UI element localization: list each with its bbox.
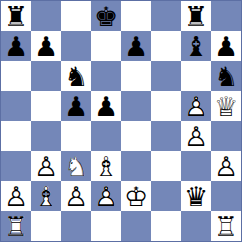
square-g6[interactable] <box>181 61 211 91</box>
square-h5[interactable]: ♛♕ <box>211 91 241 121</box>
square-f4[interactable] <box>151 121 181 151</box>
black-knight-icon: ♞ <box>61 61 91 91</box>
square-f1[interactable] <box>151 211 181 241</box>
black-pawn-icon: ♟ <box>121 31 151 61</box>
black-rook-icon: ♜ <box>181 1 211 31</box>
white-knight-icon: ♞♘ <box>61 151 91 181</box>
black-pawn-icon: ♟ <box>211 31 241 61</box>
square-d6[interactable] <box>91 61 121 91</box>
square-g7[interactable]: ♝ <box>181 31 211 61</box>
square-f5[interactable] <box>151 91 181 121</box>
black-rook-icon: ♜ <box>1 1 31 31</box>
black-queen-icon: ♛ <box>181 181 211 211</box>
square-b8[interactable] <box>31 1 61 31</box>
square-d8[interactable]: ♚ <box>91 1 121 31</box>
square-a1[interactable]: ♜♖ <box>1 211 31 241</box>
white-rook-icon: ♜♖ <box>211 211 241 241</box>
square-h6[interactable]: ♞ <box>211 61 241 91</box>
square-b4[interactable] <box>31 121 61 151</box>
square-h3[interactable]: ♟♙ <box>211 151 241 181</box>
square-e3[interactable] <box>121 151 151 181</box>
white-pawn-icon: ♟♙ <box>211 151 241 181</box>
black-pawn-icon: ♟ <box>31 31 61 61</box>
square-f6[interactable] <box>151 61 181 91</box>
white-pawn-icon: ♟♙ <box>181 91 211 121</box>
white-king-icon: ♚♔ <box>121 181 151 211</box>
black-pawn-icon: ♟ <box>91 91 121 121</box>
square-g8[interactable]: ♜ <box>181 1 211 31</box>
square-b1[interactable] <box>31 211 61 241</box>
white-queen-icon: ♛♕ <box>211 91 241 121</box>
square-e7[interactable]: ♟ <box>121 31 151 61</box>
square-h1[interactable]: ♜♖ <box>211 211 241 241</box>
square-d4[interactable] <box>91 121 121 151</box>
square-c5[interactable]: ♟ <box>61 91 91 121</box>
square-c2[interactable]: ♟♙ <box>61 181 91 211</box>
square-c3[interactable]: ♞♘ <box>61 151 91 181</box>
black-bishop-icon: ♝ <box>181 31 211 61</box>
square-b6[interactable] <box>31 61 61 91</box>
square-g1[interactable] <box>181 211 211 241</box>
square-h7[interactable]: ♟ <box>211 31 241 61</box>
white-pawn-icon: ♟♙ <box>31 151 61 181</box>
white-bishop-icon: ♝♗ <box>91 151 121 181</box>
square-e5[interactable] <box>121 91 151 121</box>
square-c7[interactable] <box>61 31 91 61</box>
square-d5[interactable]: ♟ <box>91 91 121 121</box>
black-king-icon: ♚ <box>91 1 121 31</box>
square-h8[interactable] <box>211 1 241 31</box>
square-a8[interactable]: ♜ <box>1 1 31 31</box>
square-e4[interactable] <box>121 121 151 151</box>
square-c6[interactable]: ♞ <box>61 61 91 91</box>
square-c8[interactable] <box>61 1 91 31</box>
square-b5[interactable] <box>31 91 61 121</box>
square-d3[interactable]: ♝♗ <box>91 151 121 181</box>
square-g5[interactable]: ♟♙ <box>181 91 211 121</box>
square-e6[interactable] <box>121 61 151 91</box>
black-pawn-icon: ♟ <box>1 31 31 61</box>
white-pawn-icon: ♟♙ <box>91 181 121 211</box>
square-a3[interactable] <box>1 151 31 181</box>
square-g4[interactable]: ♟♙ <box>181 121 211 151</box>
square-f7[interactable] <box>151 31 181 61</box>
square-a2[interactable]: ♟♙ <box>1 181 31 211</box>
white-rook-icon: ♜♖ <box>1 211 31 241</box>
square-c4[interactable] <box>61 121 91 151</box>
square-g2[interactable]: ♛ <box>181 181 211 211</box>
square-a5[interactable] <box>1 91 31 121</box>
white-pawn-icon: ♟♙ <box>61 181 91 211</box>
black-knight-icon: ♞ <box>211 61 241 91</box>
chess-board: ♜♚♜♟♟♟♝♟♞♞♟♟♟♙♛♕♟♙♟♙♞♘♝♗♟♙♟♙♝♗♟♙♟♙♚♔♛♜♖♜… <box>0 0 242 242</box>
square-h2[interactable] <box>211 181 241 211</box>
black-pawn-icon: ♟ <box>61 91 91 121</box>
square-b7[interactable]: ♟ <box>31 31 61 61</box>
square-c1[interactable] <box>61 211 91 241</box>
square-a7[interactable]: ♟ <box>1 31 31 61</box>
square-f2[interactable] <box>151 181 181 211</box>
white-pawn-icon: ♟♙ <box>181 121 211 151</box>
square-f8[interactable] <box>151 1 181 31</box>
square-e8[interactable] <box>121 1 151 31</box>
square-f3[interactable] <box>151 151 181 181</box>
square-e2[interactable]: ♚♔ <box>121 181 151 211</box>
square-g3[interactable] <box>181 151 211 181</box>
white-bishop-icon: ♝♗ <box>31 181 61 211</box>
square-b3[interactable]: ♟♙ <box>31 151 61 181</box>
square-d1[interactable] <box>91 211 121 241</box>
chess-board-container: ♜♚♜♟♟♟♝♟♞♞♟♟♟♙♛♕♟♙♟♙♞♘♝♗♟♙♟♙♝♗♟♙♟♙♚♔♛♜♖♜… <box>0 0 242 242</box>
square-h4[interactable] <box>211 121 241 151</box>
square-d7[interactable] <box>91 31 121 61</box>
square-a4[interactable] <box>1 121 31 151</box>
white-pawn-icon: ♟♙ <box>1 181 31 211</box>
square-d2[interactable]: ♟♙ <box>91 181 121 211</box>
square-a6[interactable] <box>1 61 31 91</box>
square-e1[interactable] <box>121 211 151 241</box>
square-b2[interactable]: ♝♗ <box>31 181 61 211</box>
